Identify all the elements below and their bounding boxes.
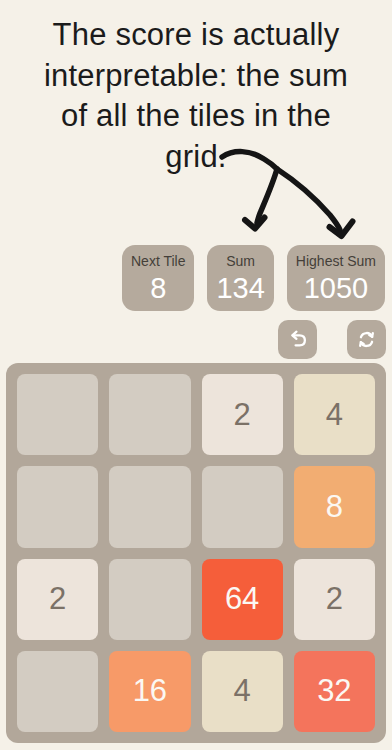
undo-button[interactable] (278, 320, 317, 359)
sum-value: 134 (216, 271, 264, 305)
highest-sum-label: Highest Sum (296, 252, 376, 270)
empty-cell (17, 466, 98, 547)
annotation-line: grid. (0, 137, 392, 178)
tile-16: 16 (109, 651, 190, 732)
sum-label: Sum (226, 252, 255, 270)
highest-sum-value: 1050 (304, 271, 369, 305)
annotation-text: The score is actually interpretable: the… (0, 15, 392, 177)
tile-2: 2 (294, 559, 375, 640)
annotation-line: The score is actually (0, 15, 392, 56)
empty-cell (109, 466, 190, 547)
tile-4: 4 (202, 651, 283, 732)
empty-cell (109, 559, 190, 640)
annotation-line: of all the tiles in the (0, 96, 392, 137)
next-tile-label: Next Tile (131, 252, 185, 270)
refresh-button[interactable] (347, 320, 386, 359)
tile-32: 32 (294, 651, 375, 732)
control-buttons (278, 320, 386, 359)
app-screen: The score is actually interpretable: the… (0, 0, 392, 750)
tile-8: 8 (294, 466, 375, 547)
tile-64: 64 (202, 559, 283, 640)
tile-2: 2 (202, 374, 283, 455)
annotation-line: interpretable: the sum (0, 56, 392, 97)
refresh-icon (355, 328, 378, 351)
arrowhead-left (245, 218, 265, 229)
arrowhead-right (330, 222, 353, 237)
empty-cell (109, 374, 190, 455)
tile-2: 2 (17, 559, 98, 640)
board[interactable]: 248264216432 (6, 363, 386, 743)
empty-cell (202, 466, 283, 547)
next-tile-value: 8 (150, 271, 166, 305)
arrow-shaft-branch (257, 169, 277, 223)
empty-cell (17, 374, 98, 455)
undo-icon (286, 328, 309, 351)
next-tile-box: Next Tile 8 (122, 245, 194, 311)
scoreboard: Next Tile 8 Sum 134 Highest Sum 1050 (122, 245, 385, 311)
empty-cell (17, 651, 98, 732)
sum-box: Sum 134 (207, 245, 273, 311)
tile-4: 4 (294, 374, 375, 455)
highest-sum-box: Highest Sum 1050 (287, 245, 385, 311)
